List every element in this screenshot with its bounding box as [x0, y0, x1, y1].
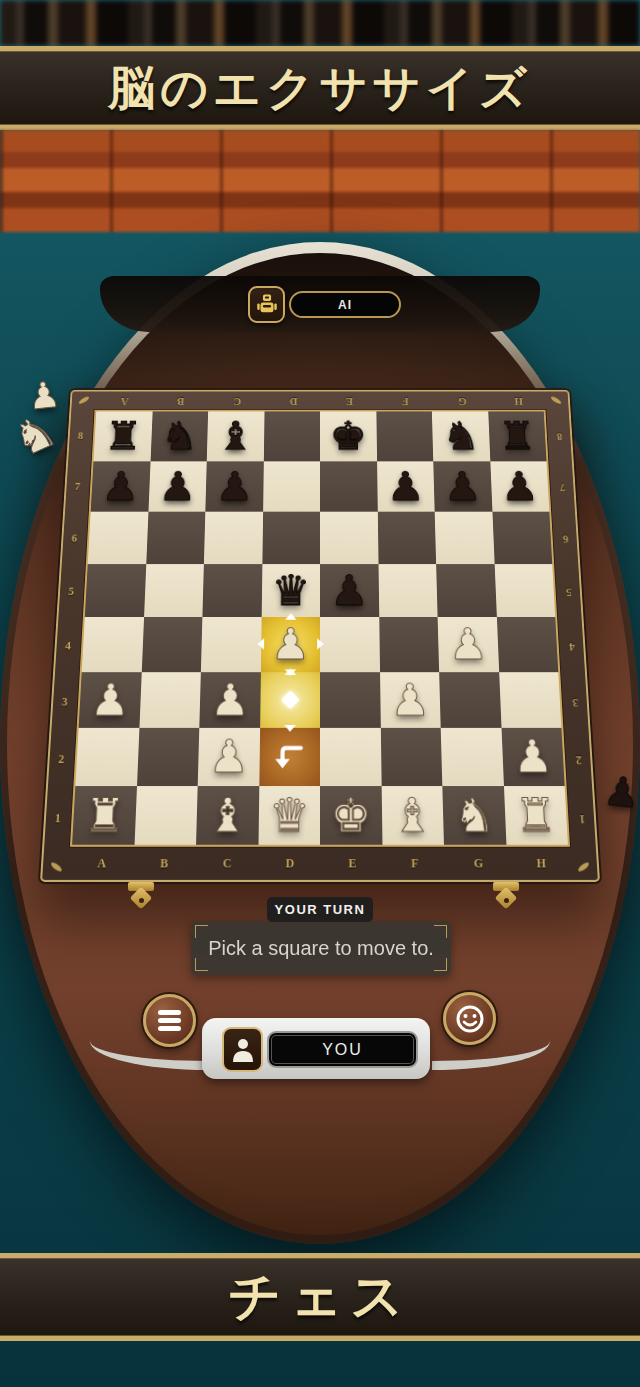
file-label-bottom-C: C [223, 856, 232, 872]
square-g4[interactable]: ♟ [438, 617, 499, 672]
file-label-top-C: C [233, 395, 241, 407]
square-h1[interactable]: ♜ [503, 786, 567, 845]
captured-black-pawn: ♟ [602, 770, 640, 814]
piece-white-pawn: ♟ [512, 734, 554, 779]
rank-label-left-1: 1 [54, 811, 61, 826]
piece-black-knight: ♞ [442, 417, 481, 456]
top-banner-title: 脳のエクササイズ [108, 57, 532, 120]
rank-label-left-4: 4 [65, 639, 72, 653]
square-b7[interactable]: ♟ [148, 461, 207, 512]
square-e4[interactable] [320, 617, 380, 672]
opponent-name-badge[interactable]: AI [289, 291, 401, 318]
piece-black-pawn: ♟ [215, 466, 253, 506]
square-c4[interactable] [201, 617, 261, 672]
board-grid: ♜♞♝♚♞♜♟♟♟♟♟♟♛♟♟♟♟♟♟♟♟♜♝♛♚♝♞♜ [70, 410, 570, 847]
square-b3[interactable] [139, 672, 201, 728]
file-label-bottom-A: A [97, 856, 106, 872]
square-f4[interactable] [379, 617, 439, 672]
square-g5[interactable] [436, 564, 496, 617]
square-d7[interactable] [263, 461, 320, 512]
piece-black-rook: ♜ [498, 417, 537, 456]
app-screenshot: 脳のエクササイズ AI ♜♞♝♚♞♜♟♟♟♟♟♟♛♟♟♟♟♟♟♟♟♜♝♛♚♝♞♜… [0, 0, 640, 1387]
opponent-avatar [248, 286, 285, 323]
square-h4[interactable] [496, 617, 558, 672]
square-d2[interactable] [259, 728, 320, 786]
piece-white-pawn: ♟ [210, 678, 250, 722]
robot-icon [254, 292, 280, 318]
rank-label-right-1: 1 [579, 811, 586, 826]
square-f5[interactable] [378, 564, 438, 617]
file-label-top-G: G [458, 395, 467, 407]
top-banner: 脳のエクササイズ [0, 46, 640, 130]
piece-black-knight: ♞ [160, 417, 199, 456]
square-e5[interactable]: ♟ [320, 564, 379, 617]
piece-white-pawn: ♟ [208, 734, 249, 779]
square-f2[interactable] [380, 728, 442, 786]
player-avatar [222, 1027, 263, 1072]
file-label-top-E: E [345, 395, 352, 407]
square-b1[interactable] [134, 786, 198, 845]
square-d8[interactable] [263, 411, 320, 460]
piece-black-pawn: ♟ [330, 569, 369, 611]
corner-ornament [50, 861, 63, 873]
rank-label-right-2: 2 [575, 752, 582, 767]
turn-indicator-text: YOUR TURN [275, 902, 366, 917]
square-b5[interactable] [144, 564, 204, 617]
piece-black-rook: ♜ [103, 417, 142, 456]
file-label-top-H: H [514, 395, 523, 407]
file-label-top-F: F [402, 395, 409, 407]
piece-white-pawn: ♟ [89, 678, 131, 722]
square-f1[interactable]: ♝ [381, 786, 444, 845]
square-b2[interactable] [137, 728, 200, 786]
hamburger-menu-icon [158, 1010, 181, 1031]
square-b8[interactable]: ♞ [150, 411, 208, 460]
player-plaque: YOU [202, 1018, 430, 1079]
turn-indicator: YOUR TURN [267, 897, 373, 922]
piece-white-rook: ♜ [83, 792, 126, 839]
square-f6[interactable] [377, 512, 436, 564]
piece-black-pawn: ♟ [101, 466, 141, 506]
panel-corner-ornament [195, 958, 208, 971]
corner-ornament [78, 395, 90, 405]
square-g3[interactable] [439, 672, 501, 728]
square-f7[interactable]: ♟ [377, 461, 435, 512]
piece-black-pawn: ♟ [443, 466, 482, 506]
square-c8[interactable]: ♝ [207, 411, 264, 460]
piece-black-pawn: ♟ [500, 466, 540, 506]
rank-label-left-3: 3 [61, 695, 68, 709]
bottom-banner-title: チェス [228, 1262, 412, 1332]
square-d5[interactable]: ♛ [261, 564, 320, 617]
square-g8[interactable]: ♞ [432, 411, 490, 460]
file-label-bottom-B: B [160, 856, 169, 872]
piece-white-king: ♚ [330, 792, 371, 839]
hint-text: Pick a square to move to. [208, 937, 434, 960]
piece-white-knight: ♞ [453, 792, 495, 839]
rank-label-left-5: 5 [68, 584, 74, 598]
file-label-top-A: A [120, 395, 128, 407]
piece-black-pawn: ♟ [158, 466, 197, 506]
square-h3[interactable] [499, 672, 562, 728]
square-e2[interactable] [320, 728, 381, 786]
square-d6[interactable] [262, 512, 320, 564]
rank-label-left-8: 8 [77, 430, 83, 443]
smiley-icon [454, 1003, 486, 1035]
file-label-bottom-F: F [411, 856, 419, 872]
player-name-badge[interactable]: YOU [267, 1031, 418, 1068]
square-a2[interactable] [75, 728, 139, 786]
file-label-top-B: B [177, 395, 185, 407]
piece-white-bishop: ♝ [207, 792, 249, 839]
menu-button[interactable] [143, 994, 196, 1047]
rank-label-left-6: 6 [71, 532, 77, 545]
person-icon [230, 1036, 256, 1064]
square-e3[interactable] [320, 672, 380, 728]
square-a4[interactable] [82, 617, 144, 672]
piece-white-queen: ♛ [269, 792, 310, 839]
rank-label-right-8: 8 [556, 430, 562, 443]
file-label-bottom-H: H [536, 856, 546, 872]
file-label-top-D: D [289, 395, 297, 407]
square-d1[interactable]: ♛ [258, 786, 320, 845]
square-c5[interactable] [202, 564, 262, 617]
return-arrow-icon [273, 742, 306, 772]
piece-black-king: ♚ [330, 417, 367, 456]
square-h5[interactable] [494, 564, 555, 617]
square-g2[interactable] [441, 728, 504, 786]
emote-button[interactable] [443, 992, 496, 1045]
square-h8[interactable]: ♜ [488, 411, 547, 460]
square-a8[interactable]: ♜ [94, 411, 153, 460]
chess-board: ♜♞♝♚♞♜♟♟♟♟♟♟♛♟♟♟♟♟♟♟♟♜♝♛♚♝♞♜ AABBCCDDEEF… [40, 390, 600, 882]
square-f3[interactable]: ♟ [380, 672, 441, 728]
square-a3[interactable]: ♟ [79, 672, 142, 728]
file-label-bottom-G: G [474, 856, 484, 872]
rank-label-right-3: 3 [572, 695, 579, 709]
piece-white-pawn: ♟ [390, 678, 430, 722]
panel-corner-ornament [195, 925, 208, 938]
panel-corner-ornament [434, 958, 447, 971]
piece-white-rook: ♜ [514, 792, 557, 839]
square-f8[interactable] [376, 411, 433, 460]
square-e1[interactable]: ♚ [320, 786, 382, 845]
piece-white-pawn: ♟ [271, 623, 310, 666]
square-g7[interactable]: ♟ [433, 461, 492, 512]
rank-label-right-4: 4 [569, 639, 576, 653]
file-label-bottom-E: E [348, 856, 356, 872]
board-hinge-right [491, 882, 521, 916]
move-target-diamond-icon [281, 690, 300, 709]
square-h6[interactable] [492, 512, 552, 564]
square-c7[interactable]: ♟ [205, 461, 263, 512]
piece-black-pawn: ♟ [386, 466, 424, 506]
square-c6[interactable] [204, 512, 263, 564]
square-a6[interactable] [88, 512, 148, 564]
rank-label-left-2: 2 [58, 752, 65, 767]
bottom-banner: チェス [0, 1253, 640, 1341]
panel-corner-ornament [434, 925, 447, 938]
square-d4[interactable]: ♟ [260, 617, 320, 672]
hint-panel: Pick a square to move to. [191, 921, 451, 975]
corner-ornament [577, 861, 590, 873]
square-a1[interactable]: ♜ [72, 786, 136, 845]
rank-label-right-5: 5 [566, 584, 572, 598]
square-e6[interactable] [320, 512, 378, 564]
square-a7[interactable]: ♟ [91, 461, 150, 512]
square-h2[interactable]: ♟ [501, 728, 565, 786]
opponent-name: AI [338, 298, 352, 312]
piece-white-pawn: ♟ [448, 623, 489, 666]
player-name: YOU [322, 1041, 363, 1059]
rank-label-right-6: 6 [562, 532, 568, 545]
square-g1[interactable]: ♞ [442, 786, 506, 845]
square-b4[interactable] [141, 617, 202, 672]
rank-label-right-7: 7 [559, 480, 565, 493]
square-h7[interactable]: ♟ [490, 461, 549, 512]
square-c3[interactable]: ♟ [199, 672, 260, 728]
square-a5[interactable] [85, 564, 146, 617]
square-b6[interactable] [146, 512, 206, 564]
bookshelf-background [0, 0, 640, 46]
square-c1[interactable]: ♝ [196, 786, 259, 845]
piece-black-bishop: ♝ [217, 417, 255, 456]
game-scene: AI ♜♞♝♚♞♜♟♟♟♟♟♟♛♟♟♟♟♟♟♟♟♜♝♛♚♝♞♜ AABBCCDD… [0, 232, 640, 1253]
piece-black-queen: ♛ [271, 569, 310, 611]
square-c2[interactable]: ♟ [198, 728, 260, 786]
square-e7[interactable] [320, 461, 377, 512]
rank-label-left-7: 7 [74, 480, 80, 493]
wood-floor-background [0, 130, 640, 232]
square-g6[interactable] [435, 512, 495, 564]
corner-ornament [550, 395, 562, 405]
square-d3[interactable] [260, 672, 320, 728]
piece-white-bishop: ♝ [392, 792, 434, 839]
square-e8[interactable]: ♚ [320, 411, 377, 460]
board-hinge-left [126, 882, 156, 916]
file-label-bottom-D: D [286, 856, 295, 872]
